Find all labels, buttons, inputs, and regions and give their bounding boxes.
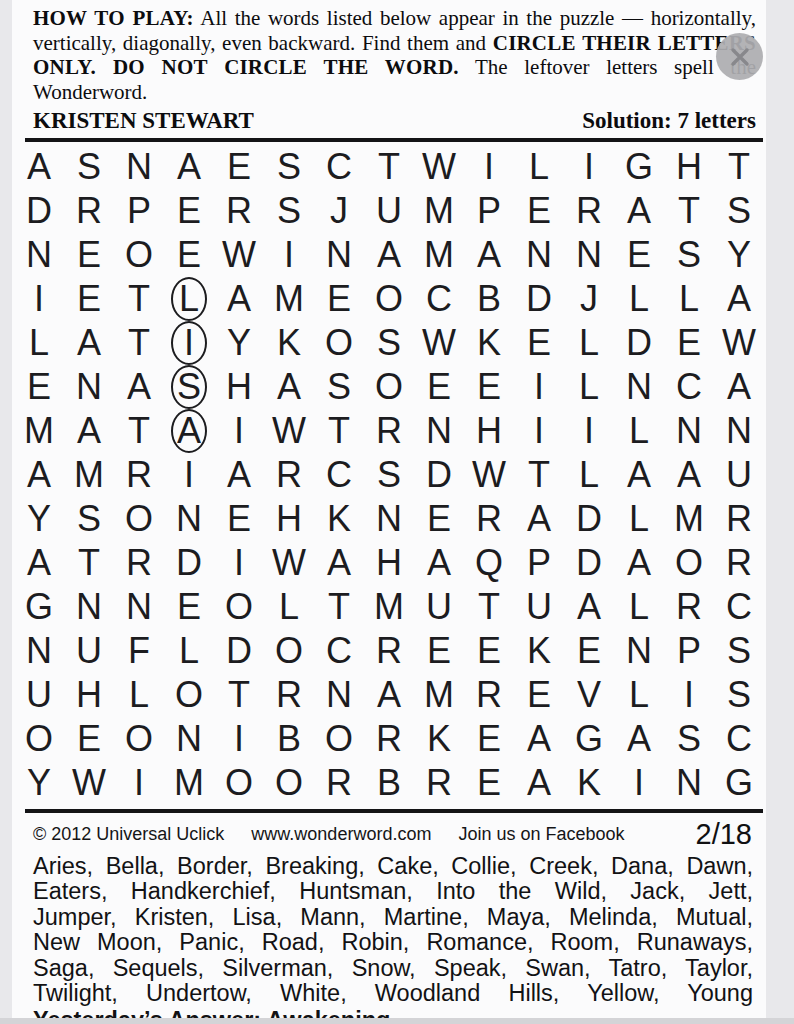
grid-letter: S [277, 149, 301, 185]
grid-cell[interactable]: I [214, 717, 264, 761]
grid-cell[interactable]: W [414, 145, 464, 189]
grid-letter: G [25, 589, 53, 625]
grid-cell[interactable]: V [564, 673, 614, 717]
grid-cell[interactable]: M [414, 673, 464, 717]
grid-letter: W [272, 545, 306, 581]
grid-cell[interactable]: L [614, 277, 664, 321]
grid-cell[interactable]: S [314, 365, 364, 409]
grid-cell[interactable]: D [614, 321, 664, 365]
grid-letter: N [76, 369, 102, 405]
grid-letter: E [77, 237, 101, 273]
grid-cell[interactable]: A [64, 409, 114, 453]
grid-cell[interactable]: A [514, 717, 564, 761]
grid-cell[interactable]: T [64, 541, 114, 585]
grid-cell[interactable]: K [264, 321, 314, 365]
grid-cell[interactable]: M [414, 233, 464, 277]
grid-letter: T [478, 589, 500, 625]
grid-cell[interactable]: L [614, 673, 664, 717]
grid-cell[interactable]: K [314, 497, 364, 541]
grid-cell[interactable]: N [14, 629, 64, 673]
grid-cell[interactable]: U [14, 673, 64, 717]
grid-letter: A [627, 457, 651, 493]
grid-letter: S [377, 325, 401, 361]
grid-letter: N [176, 721, 202, 757]
grid-cell[interactable]: U [414, 585, 464, 629]
footer-row: © 2012 Universal Uclick www.wonderword.c… [33, 817, 752, 851]
grid-letter: I [234, 545, 244, 581]
grid-cell[interactable]: C [414, 277, 464, 321]
grid-cell[interactable]: N [14, 233, 64, 277]
grid-cell[interactable]: K [514, 629, 564, 673]
grid-letter: S [677, 237, 701, 273]
grid-cell[interactable]: A [214, 277, 264, 321]
grid-cell[interactable]: E [514, 189, 564, 233]
grid-cell[interactable]: E [64, 233, 114, 277]
grid-cell[interactable]: I [14, 277, 64, 321]
grid-cell[interactable]: P [114, 189, 164, 233]
grid-cell[interactable]: R [364, 629, 414, 673]
grid-cell[interactable]: I [664, 673, 714, 717]
grid-cell[interactable]: S [664, 717, 714, 761]
grid-cell[interactable]: I [214, 541, 264, 585]
grid-cell[interactable]: W [64, 761, 114, 805]
grid-cell[interactable]: A [514, 497, 564, 541]
grid-cell[interactable]: Y [14, 497, 64, 541]
grid-cell[interactable]: S [264, 145, 314, 189]
grid-cell[interactable]: N [114, 145, 164, 189]
grid-cell[interactable]: S [714, 189, 764, 233]
grid-cell[interactable]: W [714, 321, 764, 365]
grid-letter: E [227, 501, 251, 537]
grid-cell[interactable]: G [614, 145, 664, 189]
grid-letter: I [484, 149, 494, 185]
grid-cell[interactable]: A [164, 409, 214, 453]
grid-cell[interactable]: U [64, 629, 114, 673]
grid-cell[interactable]: R [114, 541, 164, 585]
grid-cell[interactable]: H [214, 365, 264, 409]
grid-letter: N [26, 237, 52, 273]
grid-letter: G [575, 721, 603, 757]
grid-cell[interactable]: A [714, 365, 764, 409]
grid-cell[interactable]: E [564, 629, 614, 673]
grid-letter: R [126, 545, 152, 581]
grid-cell[interactable]: I [214, 409, 264, 453]
facebook-link[interactable]: Join us on Facebook [458, 824, 624, 845]
grid-cell[interactable]: M [14, 409, 64, 453]
grid-letter: R [676, 589, 702, 625]
grid-cell[interactable]: A [514, 761, 564, 805]
grid-cell[interactable]: N [664, 409, 714, 453]
grid-cell[interactable]: O [214, 761, 264, 805]
grid-cell[interactable]: Y [714, 233, 764, 277]
grid-cell[interactable]: M [364, 585, 414, 629]
grid-cell[interactable]: S [364, 453, 414, 497]
grid-cell[interactable]: R [664, 585, 714, 629]
grid-cell[interactable]: U [514, 585, 564, 629]
grid-cell[interactable]: L [664, 277, 714, 321]
grid-cell[interactable]: T [114, 409, 164, 453]
grid-cell[interactable]: E [314, 277, 364, 321]
grid-cell[interactable]: J [314, 189, 364, 233]
grid-cell[interactable]: H [364, 541, 414, 585]
grid-cell[interactable]: L [14, 321, 64, 365]
grid-cell[interactable]: B [264, 717, 314, 761]
grid-cell[interactable]: A [314, 541, 364, 585]
grid-cell[interactable]: L [114, 673, 164, 717]
grid-cell[interactable]: S [664, 233, 714, 277]
grid-letter: V [577, 677, 601, 713]
grid-cell[interactable]: O [264, 761, 314, 805]
grid-cell[interactable]: N [64, 365, 114, 409]
grid-letter: A [477, 237, 501, 273]
bottom-divider [25, 809, 763, 813]
grid-cell[interactable]: N [164, 717, 214, 761]
grid-cell[interactable]: S [64, 497, 114, 541]
grid-cell[interactable]: R [114, 453, 164, 497]
grid-cell[interactable]: N [164, 497, 214, 541]
grid-cell[interactable]: R [464, 673, 514, 717]
grid-letter: K [577, 765, 601, 801]
grid-cell[interactable]: E [464, 629, 514, 673]
grid-cell[interactable]: T [514, 453, 564, 497]
grid-cell[interactable]: E [464, 717, 514, 761]
grid-cell[interactable]: S [64, 145, 114, 189]
grid-cell[interactable]: F [114, 629, 164, 673]
grid-cell[interactable]: E [164, 189, 214, 233]
grid-cell[interactable]: T [464, 585, 514, 629]
grid-cell[interactable]: O [264, 629, 314, 673]
grid-cell[interactable]: P [664, 629, 714, 673]
grid-cell[interactable]: G [714, 761, 764, 805]
grid-cell[interactable]: E [464, 365, 514, 409]
grid-cell[interactable]: H [264, 497, 314, 541]
grid-letter: W [422, 325, 456, 361]
grid-cell[interactable]: A [614, 717, 664, 761]
grid-letter: S [77, 501, 101, 537]
grid-cell[interactable]: L [164, 629, 214, 673]
grid-cell[interactable]: A [14, 541, 64, 585]
grid-cell[interactable]: R [214, 189, 264, 233]
grid-cell[interactable]: R [464, 497, 514, 541]
grid-cell[interactable]: T [114, 321, 164, 365]
grid-cell[interactable]: E [514, 673, 564, 717]
grid-cell[interactable]: G [14, 585, 64, 629]
grid-cell[interactable]: N [314, 673, 364, 717]
grid-cell[interactable]: W [464, 453, 514, 497]
grid-cell[interactable]: N [664, 761, 714, 805]
grid-letter: S [727, 633, 751, 669]
grid-cell[interactable]: K [414, 717, 464, 761]
grid-cell[interactable]: L [564, 321, 614, 365]
grid-cell[interactable]: Q [464, 541, 514, 585]
grid-letter: I [684, 677, 694, 713]
grid-letter: I [634, 765, 644, 801]
grid-cell[interactable]: E [614, 233, 664, 277]
grid-cell[interactable]: C [664, 365, 714, 409]
grid-letter: B [377, 765, 401, 801]
grid-letter: R [376, 721, 402, 757]
grid-cell[interactable]: D [214, 629, 264, 673]
grid-cell[interactable]: W [414, 321, 464, 365]
grid-cell[interactable]: E [64, 717, 114, 761]
grid-letter: P [127, 193, 151, 229]
grid-letter: P [477, 193, 501, 229]
grid-cell[interactable]: S [364, 321, 414, 365]
grid-cell[interactable]: R [364, 717, 414, 761]
grid-letter: O [675, 545, 703, 581]
grid-cell[interactable]: L [264, 585, 314, 629]
grid-cell[interactable]: I [464, 145, 514, 189]
grid-cell[interactable]: A [614, 541, 664, 585]
grid-cell[interactable]: O [114, 233, 164, 277]
grid-cell[interactable]: A [214, 453, 264, 497]
grid-cell[interactable]: T [664, 189, 714, 233]
grid-cell[interactable]: O [114, 717, 164, 761]
grid-cell[interactable]: E [214, 497, 264, 541]
grid-cell[interactable]: R [564, 189, 614, 233]
grid-cell[interactable]: R [714, 541, 764, 585]
grid-cell[interactable]: T [114, 277, 164, 321]
grid-cell[interactable]: C [714, 585, 764, 629]
grid-cell[interactable]: A [714, 277, 764, 321]
grid-letter: E [77, 281, 101, 317]
grid-letter: C [426, 281, 452, 317]
grid-cell[interactable]: P [514, 541, 564, 585]
grid-cell[interactable]: R [364, 409, 414, 453]
grid-letter: M [374, 589, 404, 625]
grid-cell[interactable]: E [64, 277, 114, 321]
grid-cell[interactable]: A [364, 673, 414, 717]
grid-letter: N [576, 237, 602, 273]
grid-cell[interactable]: N [114, 585, 164, 629]
grid-cell[interactable]: D [514, 277, 564, 321]
grid-cell[interactable]: D [564, 541, 614, 585]
grid-cell[interactable]: I [164, 321, 214, 365]
grid-cell[interactable]: W [264, 541, 314, 585]
grid-cell[interactable]: E [164, 233, 214, 277]
grid-letter: N [626, 633, 652, 669]
grid-cell[interactable]: H [464, 409, 514, 453]
grid-cell[interactable]: L [564, 453, 614, 497]
grid-cell[interactable]: N [614, 365, 664, 409]
grid-cell[interactable]: L [514, 145, 564, 189]
grid-cell[interactable]: C [314, 629, 364, 673]
grid-letter: E [427, 633, 451, 669]
grid-cell[interactable]: W [214, 233, 264, 277]
grid-cell[interactable]: E [14, 365, 64, 409]
grid-letter: E [477, 633, 501, 669]
grid-letter: O [125, 501, 153, 537]
grid-letter: A [527, 721, 551, 757]
grid-letter: A [627, 193, 651, 229]
grid-cell[interactable]: M [264, 277, 314, 321]
grid-letter: R [376, 413, 402, 449]
grid-cell[interactable]: B [364, 761, 414, 805]
grid-cell[interactable]: N [314, 233, 364, 277]
grid-cell[interactable]: O [664, 541, 714, 585]
grid-cell[interactable]: N [514, 233, 564, 277]
grid-cell[interactable]: R [64, 189, 114, 233]
grid-letter: L [629, 501, 649, 537]
grid-cell[interactable]: I [514, 409, 564, 453]
grid-cell[interactable]: Y [14, 761, 64, 805]
grid-cell[interactable]: K [464, 321, 514, 365]
grid-cell[interactable]: A [464, 233, 514, 277]
grid-cell[interactable]: O [164, 673, 214, 717]
grid-cell[interactable]: O [14, 717, 64, 761]
grid-cell[interactable]: S [714, 673, 764, 717]
grid-cell[interactable]: T [314, 585, 364, 629]
grid-letter: S [77, 149, 101, 185]
grid-letter: N [376, 501, 402, 537]
grid-cell[interactable]: C [314, 453, 364, 497]
grid-letter: E [427, 369, 451, 405]
grid-cell[interactable]: E [514, 321, 564, 365]
grid-letter: E [477, 765, 501, 801]
grid-cell[interactable]: A [614, 453, 664, 497]
grid-cell[interactable]: K [564, 761, 614, 805]
grid-cell[interactable]: A [14, 145, 64, 189]
grid-cell[interactable]: M [414, 189, 464, 233]
grid-cell[interactable]: D [564, 497, 614, 541]
grid-cell[interactable]: L [164, 277, 214, 321]
grid-cell[interactable]: L [614, 497, 664, 541]
grid-cell[interactable]: I [514, 365, 564, 409]
grid-cell[interactable]: M [164, 761, 214, 805]
grid-cell[interactable]: A [664, 453, 714, 497]
grid-letter: N [176, 501, 202, 537]
grid-letter: I [584, 413, 594, 449]
grid-letter: E [27, 369, 51, 405]
grid-cell[interactable]: A [164, 145, 214, 189]
grid-cell[interactable]: J [564, 277, 614, 321]
grid-cell[interactable]: O [314, 717, 364, 761]
grid-cell[interactable]: O [114, 497, 164, 541]
grid-cell[interactable]: S [264, 189, 314, 233]
grid-cell[interactable]: C [314, 145, 364, 189]
grid-letter: O [375, 281, 403, 317]
grid-cell[interactable]: H [664, 145, 714, 189]
grid-cell[interactable]: B [464, 277, 514, 321]
grid-cell[interactable]: N [614, 629, 664, 673]
grid-cell[interactable]: H [64, 673, 114, 717]
grid-letter: I [534, 413, 544, 449]
grid-cell[interactable]: A [564, 585, 614, 629]
grid-cell[interactable]: N [64, 585, 114, 629]
grid-letter: L [29, 325, 49, 361]
grid-letter: L [629, 413, 649, 449]
grid-cell[interactable]: S [714, 629, 764, 673]
grid-cell[interactable]: E [464, 761, 514, 805]
grid-cell[interactable]: O [214, 585, 264, 629]
grid-cell[interactable]: I [564, 145, 614, 189]
grid-cell[interactable]: I [264, 233, 314, 277]
grid-cell[interactable]: I [614, 761, 664, 805]
grid-cell[interactable]: A [614, 189, 664, 233]
grid-cell[interactable]: S [164, 365, 214, 409]
grid-cell[interactable]: I [164, 453, 214, 497]
grid-cell[interactable]: A [414, 541, 464, 585]
grid-letter: E [477, 369, 501, 405]
grid-letter: Y [227, 325, 251, 361]
grid-cell[interactable]: T [364, 145, 414, 189]
grid-cell[interactable]: O [364, 277, 414, 321]
grid-letter: U [726, 457, 752, 493]
grid-letter: N [676, 765, 702, 801]
grid-cell[interactable]: D [164, 541, 214, 585]
grid-cell[interactable]: I [564, 409, 614, 453]
grid-cell[interactable]: A [364, 233, 414, 277]
grid-letter: T [328, 413, 350, 449]
grid-cell[interactable]: A [14, 453, 64, 497]
close-button[interactable] [716, 33, 763, 80]
grid-cell[interactable]: E [414, 629, 464, 673]
grid-cell[interactable]: N [564, 233, 614, 277]
grid-letter: A [727, 281, 751, 317]
grid-cell[interactable]: M [664, 497, 714, 541]
grid-cell[interactable]: M [64, 453, 114, 497]
grid-cell[interactable]: C [714, 717, 764, 761]
grid-letter: T [128, 281, 150, 317]
grid-cell[interactable]: E [664, 321, 714, 365]
grid-cell[interactable]: R [414, 761, 464, 805]
grid-cell[interactable]: P [464, 189, 514, 233]
grid-cell[interactable]: A [264, 365, 314, 409]
grid-cell[interactable]: L [564, 365, 614, 409]
grid-cell[interactable]: L [614, 585, 664, 629]
grid-cell[interactable]: E [414, 497, 464, 541]
grid-cell[interactable]: U [714, 453, 764, 497]
website-link[interactable]: www.wonderword.com [251, 824, 431, 845]
grid-cell[interactable]: O [314, 321, 364, 365]
grid-cell[interactable]: N [364, 497, 414, 541]
grid-cell[interactable]: D [14, 189, 64, 233]
grid-letter: N [726, 413, 752, 449]
grid-letter: T [228, 677, 250, 713]
grid-cell[interactable]: T [314, 409, 364, 453]
grid-cell[interactable]: A [114, 365, 164, 409]
grid-letter: A [77, 413, 101, 449]
grid-letter: W [722, 325, 756, 361]
grid-cell[interactable]: N [714, 409, 764, 453]
grid-cell[interactable]: D [414, 453, 464, 497]
grid-cell[interactable]: R [714, 497, 764, 541]
grid-cell[interactable]: Y [214, 321, 264, 365]
grid-cell[interactable]: E [414, 365, 464, 409]
grid-cell[interactable]: R [314, 761, 364, 805]
grid-letter: E [177, 193, 201, 229]
grid-cell[interactable]: E [164, 585, 214, 629]
grid-cell[interactable]: T [214, 673, 264, 717]
grid-letter: D [176, 545, 202, 581]
grid-cell[interactable]: R [264, 453, 314, 497]
grid-cell[interactable]: U [364, 189, 414, 233]
grid-cell[interactable]: E [214, 145, 264, 189]
grid-letter: W [272, 413, 306, 449]
grid-cell[interactable]: R [264, 673, 314, 717]
grid-cell[interactable]: N [414, 409, 464, 453]
grid-cell[interactable]: L [614, 409, 664, 453]
grid-letter: C [726, 721, 752, 757]
grid-letter: J [330, 193, 348, 229]
grid-cell[interactable]: G [564, 717, 614, 761]
grid-cell[interactable]: I [114, 761, 164, 805]
grid-letter: A [427, 545, 451, 581]
grid-cell[interactable]: W [264, 409, 314, 453]
grid-cell[interactable]: T [714, 145, 764, 189]
grid-cell[interactable]: O [364, 365, 414, 409]
grid-cell[interactable]: A [64, 321, 114, 365]
